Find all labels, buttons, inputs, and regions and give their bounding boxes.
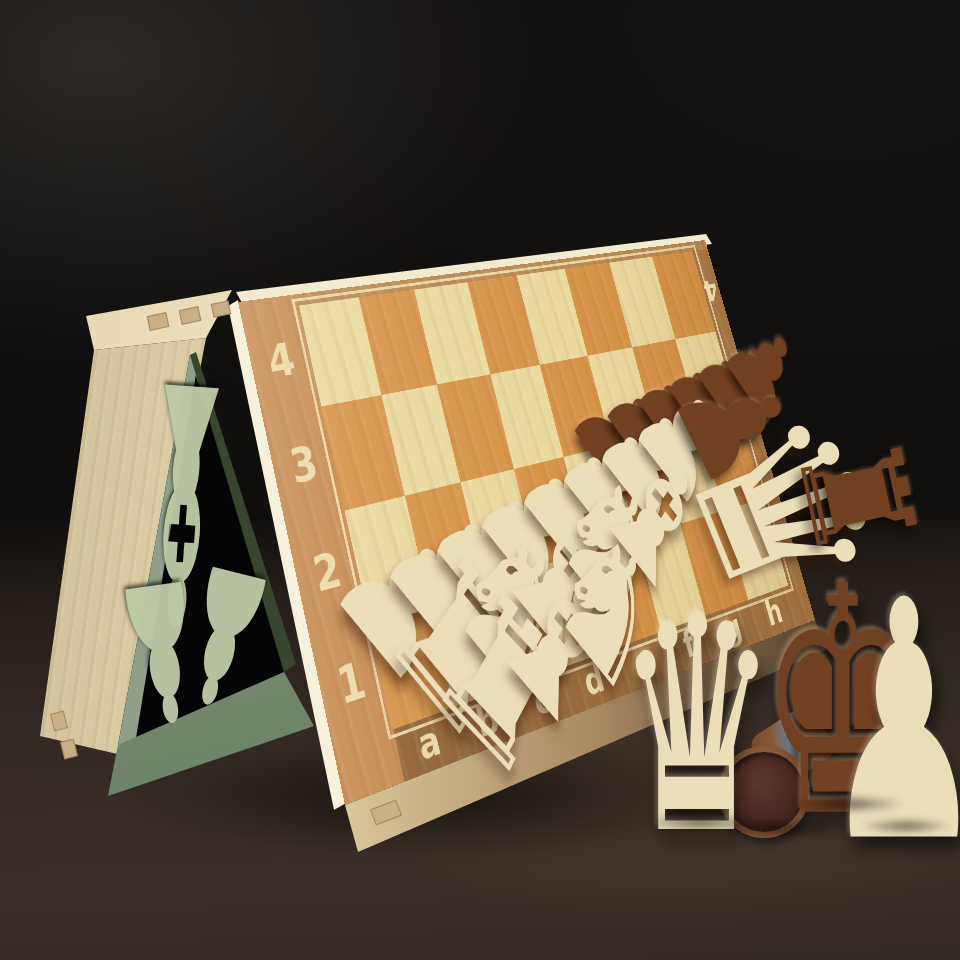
standing-pieces-layer: ♛♚♟ xyxy=(0,0,960,960)
scene: ♝♟♟ 4321abcdefgh43 ♟♟♟♟♟♟♟♟♟♟♟♟♟♟♜♞♝♞♝♜♝… xyxy=(0,0,960,960)
toppled-dark-piece-shadow xyxy=(698,812,858,844)
white-pawn-standing: ♟ xyxy=(823,557,960,887)
white-pawn-standing-shadow xyxy=(841,815,960,837)
